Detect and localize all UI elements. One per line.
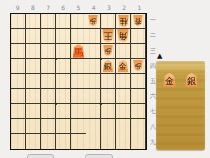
board-square[interactable] — [116, 134, 131, 149]
board-square[interactable] — [86, 29, 101, 44]
piece-glyph: 香 — [135, 17, 142, 24]
board-square[interactable] — [56, 134, 71, 149]
rank-label: 一 — [149, 13, 157, 28]
file-label: 4 — [86, 3, 101, 12]
board-square[interactable] — [11, 59, 26, 74]
board-square[interactable] — [26, 119, 41, 134]
board-square[interactable] — [26, 89, 41, 104]
board-square[interactable] — [56, 14, 71, 29]
piece-glyph: 桂 — [119, 17, 127, 25]
board-square[interactable] — [116, 104, 131, 119]
board-square[interactable] — [26, 59, 41, 74]
board-square[interactable]: 金 — [116, 59, 131, 74]
board-square[interactable] — [101, 89, 116, 104]
piece-glyph: 銀 — [187, 76, 196, 85]
board-square[interactable] — [71, 119, 86, 134]
board-square[interactable]: 王 — [101, 29, 116, 44]
shogi-piece-knight[interactable]: 桂 — [118, 15, 129, 28]
rank-label: 三 — [149, 43, 157, 58]
board-square[interactable] — [26, 74, 41, 89]
board-square[interactable] — [26, 134, 41, 149]
board-square[interactable] — [131, 134, 146, 149]
shogi-piece-lance[interactable]: 香 — [133, 15, 143, 27]
shogi-piece-promoted-bishop[interactable]: 馬 — [73, 44, 85, 58]
board-square[interactable] — [71, 104, 86, 119]
board-square[interactable] — [41, 119, 56, 134]
board-square[interactable] — [26, 44, 41, 59]
piece-glyph: 金 — [119, 63, 127, 71]
board-square[interactable] — [41, 74, 56, 89]
board-square[interactable]: 桂 — [116, 14, 131, 29]
board-square[interactable]: 歩 — [101, 44, 116, 59]
board-square[interactable] — [56, 119, 71, 134]
sente-hand-tray: 金銀 — [156, 61, 205, 150]
board-square[interactable] — [86, 119, 101, 134]
board-square[interactable] — [131, 104, 146, 119]
file-label: 7 — [40, 3, 55, 12]
board-square[interactable] — [71, 74, 86, 89]
piece-glyph: 銀 — [104, 63, 112, 71]
board-square[interactable] — [71, 89, 86, 104]
rank-label: 二 — [149, 28, 157, 43]
board-square[interactable] — [11, 89, 26, 104]
file-label: 6 — [56, 3, 71, 12]
board-square[interactable] — [56, 29, 71, 44]
board-square[interactable] — [56, 89, 71, 104]
file-label: 1 — [132, 3, 147, 12]
board-square[interactable] — [26, 104, 41, 119]
board-square[interactable] — [86, 74, 101, 89]
board-square[interactable] — [71, 134, 86, 149]
board-square[interactable] — [116, 74, 131, 89]
board-square[interactable] — [131, 29, 146, 44]
board-square[interactable]: 角 — [116, 29, 131, 44]
tsume-shogi-widget: 987654321 歩桂香王角馬歩銀金歩 一二三四五六七八九 ▲ 金銀 — [0, 0, 210, 158]
board-square[interactable] — [71, 14, 86, 29]
sente-marker-icon: ▲ — [157, 52, 162, 60]
board-square[interactable] — [86, 134, 101, 149]
board-square[interactable]: 香 — [131, 14, 146, 29]
board-square[interactable]: 馬 — [71, 44, 86, 59]
board-square[interactable] — [116, 89, 131, 104]
board-square[interactable] — [11, 134, 26, 149]
board-square[interactable] — [56, 74, 71, 89]
file-label: 2 — [117, 3, 132, 12]
board-square[interactable] — [26, 29, 41, 44]
board-square[interactable] — [71, 29, 86, 44]
board-square[interactable] — [41, 89, 56, 104]
shogi-piece-gold[interactable]: 金 — [118, 60, 129, 73]
shogi-piece-bishop[interactable]: 角 — [117, 29, 129, 43]
piece-glyph: 金 — [165, 76, 174, 85]
playback-button-partial[interactable] — [85, 154, 113, 158]
file-label: 3 — [101, 3, 116, 12]
board-square[interactable] — [41, 134, 56, 149]
board-square[interactable] — [101, 134, 116, 149]
board-square[interactable] — [41, 44, 56, 59]
board-square[interactable] — [86, 44, 101, 59]
shogi-piece-silver[interactable]: 銀 — [103, 60, 114, 73]
board-square[interactable]: 歩 — [86, 14, 101, 29]
board-square[interactable] — [116, 119, 131, 134]
board-square[interactable] — [101, 74, 116, 89]
shogi-piece-in-hand[interactable]: 銀 — [185, 73, 198, 87]
board-square[interactable] — [11, 74, 26, 89]
shogi-piece-pawn[interactable]: 歩 — [103, 45, 113, 57]
board-square[interactable] — [26, 14, 41, 29]
board-square[interactable] — [56, 59, 71, 74]
file-label: 9 — [10, 3, 25, 12]
board-square[interactable] — [86, 59, 101, 74]
playback-button-partial[interactable] — [27, 154, 54, 158]
piece-glyph: 角 — [119, 31, 128, 40]
shogi-piece-pawn[interactable]: 歩 — [133, 60, 143, 72]
shogi-piece-king[interactable]: 王 — [102, 29, 114, 43]
board-square[interactable] — [41, 59, 56, 74]
board-square[interactable] — [56, 44, 71, 59]
piece-glyph: 歩 — [90, 17, 97, 24]
board-square[interactable] — [101, 14, 116, 29]
board-square[interactable] — [131, 74, 146, 89]
shogi-piece-pawn[interactable]: 歩 — [88, 15, 98, 27]
board-square[interactable] — [41, 29, 56, 44]
board-square[interactable] — [101, 104, 116, 119]
piece-glyph: 歩 — [135, 62, 142, 69]
board-square[interactable] — [101, 119, 116, 134]
board-square[interactable] — [56, 104, 71, 119]
file-coordinates: 987654321 — [10, 3, 147, 12]
board-square[interactable] — [116, 44, 131, 59]
board-square[interactable] — [86, 104, 101, 119]
file-label: 5 — [71, 3, 86, 12]
board-square[interactable] — [11, 119, 26, 134]
shogi-board[interactable]: 歩桂香王角馬歩銀金歩 — [10, 13, 147, 150]
piece-glyph: 歩 — [105, 47, 112, 54]
shogi-piece-in-hand[interactable]: 金 — [163, 73, 176, 87]
board-square[interactable] — [41, 14, 56, 29]
piece-glyph: 馬 — [74, 47, 83, 56]
board-square[interactable] — [11, 104, 26, 119]
board-square[interactable] — [11, 14, 26, 29]
board-square[interactable] — [131, 119, 146, 134]
board-square[interactable] — [11, 44, 26, 59]
board-square[interactable] — [41, 104, 56, 119]
board-square[interactable] — [11, 29, 26, 44]
hand-pieces: 金銀 — [156, 61, 205, 87]
board-square[interactable] — [131, 44, 146, 59]
board-square[interactable]: 歩 — [131, 59, 146, 74]
board-square[interactable] — [71, 59, 86, 74]
file-label: 8 — [25, 3, 40, 12]
board-square[interactable] — [131, 89, 146, 104]
board-square[interactable] — [86, 89, 101, 104]
board-square[interactable]: 銀 — [101, 59, 116, 74]
piece-glyph: 王 — [104, 31, 113, 40]
